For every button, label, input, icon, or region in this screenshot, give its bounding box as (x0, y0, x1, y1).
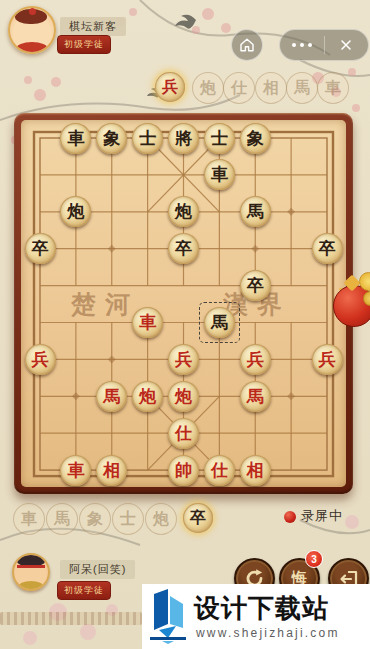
black-piece-卒[interactable]: 卒 (25, 233, 56, 264)
red-piece-帥[interactable]: 帥 (168, 455, 199, 486)
black-piece-將[interactable]: 將 (168, 123, 199, 154)
miniprogram-capsule (279, 29, 369, 61)
more-button[interactable] (280, 30, 324, 60)
red-piece-馬[interactable]: 馬 (96, 381, 127, 412)
red-piece-仕[interactable]: 仕 (204, 455, 235, 486)
captured-piece-兵: 兵 (155, 72, 185, 102)
captured-ghost-炮: 炮 (145, 503, 177, 535)
captured-ghost-士: 士 (112, 503, 144, 535)
captured-ghost-車: 車 (317, 72, 349, 104)
opponent-avatar[interactable] (8, 6, 56, 54)
player-name: 阿呆(回笑) (60, 560, 135, 579)
black-piece-卒[interactable]: 卒 (168, 233, 199, 264)
captured-piece-卒: 卒 (183, 503, 213, 533)
red-piece-相[interactable]: 相 (96, 455, 127, 486)
pieces-layer: 車象士將士象車炮炮馬卒卒卒卒馬車兵兵兵兵馬炮炮馬仕車相帥仕相 (14, 113, 353, 494)
player-avatar[interactable] (12, 553, 50, 591)
close-icon (339, 38, 353, 52)
avatar-bow (29, 8, 36, 15)
watermark-title: 设计下载站 (194, 591, 329, 626)
red-piece-兵[interactable]: 兵 (312, 344, 343, 375)
captured-ghost-象: 象 (79, 503, 111, 535)
black-piece-象[interactable]: 象 (240, 123, 271, 154)
black-piece-士[interactable]: 士 (132, 123, 163, 154)
xiangqi-board: 楚河 漢界 車象士將士象車炮炮馬卒卒卒卒馬車兵兵兵兵馬炮炮馬仕車相帥仕相 (14, 113, 353, 494)
black-piece-馬[interactable]: 馬 (204, 307, 235, 338)
opponent-rank-badge: 初级学徒 (57, 35, 111, 54)
black-piece-炮[interactable]: 炮 (168, 196, 199, 227)
black-piece-馬[interactable]: 馬 (240, 196, 271, 227)
captured-ghost-相: 相 (255, 72, 287, 104)
captured-ghost-馬: 馬 (286, 72, 318, 104)
captured-ghost-車: 車 (13, 503, 45, 535)
black-piece-象[interactable]: 象 (96, 123, 127, 154)
pouch-body (333, 285, 370, 327)
red-piece-仕[interactable]: 仕 (168, 418, 199, 449)
decorative-rail (0, 612, 142, 625)
black-piece-炮[interactable]: 炮 (60, 196, 91, 227)
recording-dot-icon (284, 511, 296, 523)
black-piece-車[interactable]: 車 (204, 159, 235, 190)
red-piece-兵[interactable]: 兵 (25, 344, 56, 375)
captured-ghost-馬: 馬 (46, 503, 78, 535)
undo-count-badge: 3 (305, 550, 323, 568)
red-piece-車[interactable]: 車 (132, 307, 163, 338)
close-button[interactable] (325, 30, 369, 60)
red-piece-馬[interactable]: 馬 (240, 381, 271, 412)
red-piece-炮[interactable]: 炮 (132, 381, 163, 412)
watermark: 设计下载站 www.shejizhaji.com (142, 584, 370, 649)
red-piece-車[interactable]: 車 (60, 455, 91, 486)
player-rank-badge: 初级学徒 (57, 581, 111, 600)
red-piece-炮[interactable]: 炮 (168, 381, 199, 412)
black-piece-卒[interactable]: 卒 (312, 233, 343, 264)
home-button[interactable] (231, 29, 263, 61)
red-piece-兵[interactable]: 兵 (240, 344, 271, 375)
home-icon (239, 37, 255, 53)
watermark-url: www.shejizhaji.com (196, 626, 340, 640)
watermark-logo (146, 588, 190, 644)
opponent-name: 棋坛新客 (60, 17, 126, 36)
black-piece-卒[interactable]: 卒 (240, 270, 271, 301)
more-icon (292, 43, 296, 47)
red-piece-兵[interactable]: 兵 (168, 344, 199, 375)
captured-ghost-炮: 炮 (192, 72, 224, 104)
black-piece-車[interactable]: 車 (60, 123, 91, 154)
reward-pouch-button[interactable] (332, 271, 370, 329)
black-piece-士[interactable]: 士 (204, 123, 235, 154)
red-piece-相[interactable]: 相 (240, 455, 271, 486)
recording-label: 录屏中 (301, 507, 343, 525)
captured-ghost-仕: 仕 (223, 72, 255, 104)
